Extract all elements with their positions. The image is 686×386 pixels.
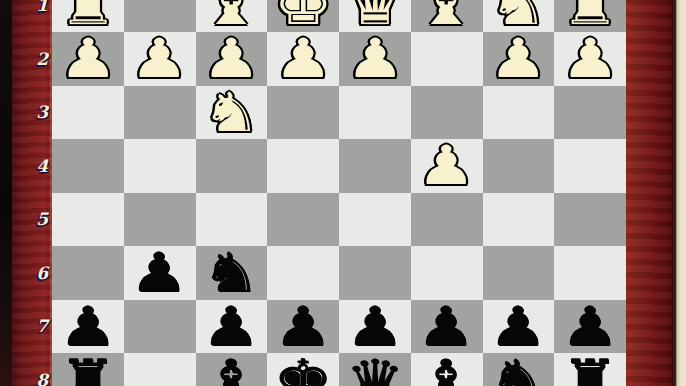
square-b5[interactable] [483, 193, 555, 247]
square-b4[interactable] [483, 139, 555, 193]
square-c1[interactable]: ♝ [411, 0, 483, 32]
square-a8[interactable]: ♜ [554, 353, 626, 386]
rank-label-1: 1 [12, 0, 48, 32]
square-c5[interactable] [411, 193, 483, 247]
square-g5[interactable] [124, 193, 196, 247]
rank-label-3: 3 [12, 86, 48, 140]
square-f4[interactable] [196, 139, 268, 193]
piece-white-pawn[interactable]: ♟ [202, 32, 261, 86]
square-e7[interactable]: ♟ [267, 300, 339, 354]
square-b6[interactable] [483, 246, 555, 300]
square-a5[interactable] [554, 193, 626, 247]
square-a2[interactable]: ♟ [554, 32, 626, 86]
square-d4[interactable] [339, 139, 411, 193]
square-f2[interactable]: ♟ [196, 32, 268, 86]
square-g3[interactable] [124, 86, 196, 140]
square-d7[interactable]: ♟ [339, 300, 411, 354]
piece-black-knight[interactable]: ♞ [202, 246, 261, 300]
piece-white-pawn[interactable]: ♟ [561, 32, 620, 86]
piece-black-bishop[interactable]: ♝ [417, 353, 476, 386]
square-h2[interactable]: ♟ [52, 32, 124, 86]
piece-white-pawn[interactable]: ♟ [274, 32, 333, 86]
square-f8[interactable]: ♝ [196, 353, 268, 386]
square-e4[interactable] [267, 139, 339, 193]
piece-black-pawn[interactable]: ♟ [561, 300, 620, 354]
square-f6[interactable]: ♞ [196, 246, 268, 300]
piece-white-knight[interactable]: ♞ [202, 86, 261, 140]
square-h8[interactable]: ♜ [52, 353, 124, 386]
chess-video-frame: ♜♝♚♛♝♞♜♟♟♟♟♟♟♟♞♟♟♞♟♟♟♟♟♟♟♜♝♚♛♝♞♜ 1234567… [0, 0, 686, 386]
square-a4[interactable] [554, 139, 626, 193]
piece-black-queen[interactable]: ♛ [345, 353, 404, 386]
rank-label-4: 4 [12, 139, 48, 193]
piece-white-pawn[interactable]: ♟ [130, 32, 189, 86]
outer-background-strip [676, 0, 686, 386]
board-frame-right [626, 0, 672, 386]
square-g4[interactable] [124, 139, 196, 193]
square-c8[interactable]: ♝ [411, 353, 483, 386]
piece-black-pawn[interactable]: ♟ [202, 300, 261, 354]
rank-label-6: 6 [12, 246, 48, 300]
square-e8[interactable]: ♚ [267, 353, 339, 386]
square-e2[interactable]: ♟ [267, 32, 339, 86]
piece-black-pawn[interactable]: ♟ [130, 246, 189, 300]
piece-black-pawn[interactable]: ♟ [274, 300, 333, 354]
square-c4[interactable]: ♟ [411, 139, 483, 193]
square-f3[interactable]: ♞ [196, 86, 268, 140]
square-b7[interactable]: ♟ [483, 300, 555, 354]
square-h7[interactable]: ♟ [52, 300, 124, 354]
square-e6[interactable] [267, 246, 339, 300]
square-b8[interactable]: ♞ [483, 353, 555, 386]
rank-label-2: 2 [12, 32, 48, 86]
piece-white-bishop[interactable]: ♝ [417, 0, 476, 32]
square-c3[interactable] [411, 86, 483, 140]
square-a3[interactable] [554, 86, 626, 140]
square-a7[interactable]: ♟ [554, 300, 626, 354]
square-g6[interactable]: ♟ [124, 246, 196, 300]
square-d3[interactable] [339, 86, 411, 140]
square-h4[interactable] [52, 139, 124, 193]
piece-black-king[interactable]: ♚ [274, 353, 333, 386]
piece-black-rook[interactable]: ♜ [58, 353, 117, 386]
piece-black-bishop[interactable]: ♝ [202, 353, 261, 386]
square-e3[interactable] [267, 86, 339, 140]
rank-label-7: 7 [12, 300, 48, 354]
square-h5[interactable] [52, 193, 124, 247]
piece-black-pawn[interactable]: ♟ [58, 300, 117, 354]
square-b3[interactable] [483, 86, 555, 140]
piece-black-rook[interactable]: ♜ [561, 353, 620, 386]
piece-white-pawn[interactable]: ♟ [489, 32, 548, 86]
piece-black-knight[interactable]: ♞ [489, 353, 548, 386]
square-d2[interactable]: ♟ [339, 32, 411, 86]
rank-label-5: 5 [12, 193, 48, 247]
square-f5[interactable] [196, 193, 268, 247]
piece-white-pawn[interactable]: ♟ [345, 32, 404, 86]
square-f7[interactable]: ♟ [196, 300, 268, 354]
piece-white-pawn[interactable]: ♟ [58, 32, 117, 86]
square-g7[interactable] [124, 300, 196, 354]
piece-black-pawn[interactable]: ♟ [345, 300, 404, 354]
square-h3[interactable] [52, 86, 124, 140]
piece-black-pawn[interactable]: ♟ [417, 300, 476, 354]
square-h6[interactable] [52, 246, 124, 300]
square-d6[interactable] [339, 246, 411, 300]
board: ♜♝♚♛♝♞♜♟♟♟♟♟♟♟♞♟♟♞♟♟♟♟♟♟♟♜♝♚♛♝♞♜ [52, 0, 626, 386]
square-b2[interactable]: ♟ [483, 32, 555, 86]
square-d5[interactable] [339, 193, 411, 247]
rank-label-8: 8 [12, 353, 48, 386]
square-a6[interactable] [554, 246, 626, 300]
rank-labels: 12345678 [12, 0, 52, 386]
square-g2[interactable]: ♟ [124, 32, 196, 86]
square-e5[interactable] [267, 193, 339, 247]
square-c6[interactable] [411, 246, 483, 300]
square-g8[interactable] [124, 353, 196, 386]
left-black-strip [0, 0, 12, 386]
square-c7[interactable]: ♟ [411, 300, 483, 354]
piece-white-pawn[interactable]: ♟ [417, 139, 476, 193]
square-d8[interactable]: ♛ [339, 353, 411, 386]
piece-black-pawn[interactable]: ♟ [489, 300, 548, 354]
square-c2[interactable] [411, 32, 483, 86]
